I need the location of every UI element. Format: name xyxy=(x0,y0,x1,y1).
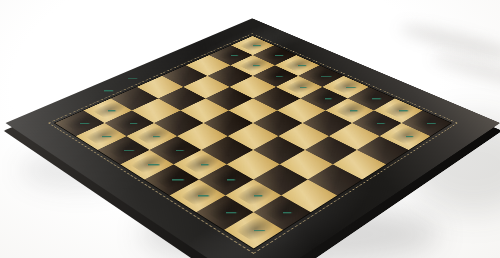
chess-board: ♜♜♞♞♝♝♛♛♚♚♝♝♞♞♜♜♟♟♟♟♟♟♟♟♟♟♟♟♟♟♟♟♟♟♟♟♟♟♟♟… xyxy=(6,18,500,258)
piece-contact-shadow xyxy=(209,165,254,191)
square-c5 xyxy=(253,136,305,164)
perspective-wrapper: ♜♜♞♞♝♝♛♛♚♚♝♝♞♞♜♜♟♟♟♟♟♟♟♟♟♟♟♟♟♟♟♟♟♟♟♟♟♟♟♟… xyxy=(0,0,500,258)
piece-contact-shadow xyxy=(154,165,200,191)
chess-set-product-photo: ♜♜♞♞♝♝♛♛♚♚♝♝♞♞♜♜♟♟♟♟♟♟♟♟♟♟♟♟♟♟♟♟♟♟♟♟♟♟♟♟… xyxy=(0,0,500,258)
square-c4 xyxy=(278,123,329,150)
piece-contact-shadow xyxy=(180,180,227,207)
square-d7 xyxy=(174,150,227,180)
square-c7 xyxy=(199,164,253,195)
piece-contact-shadow xyxy=(206,196,254,224)
square-d6 xyxy=(201,136,253,164)
playing-field xyxy=(55,36,451,249)
